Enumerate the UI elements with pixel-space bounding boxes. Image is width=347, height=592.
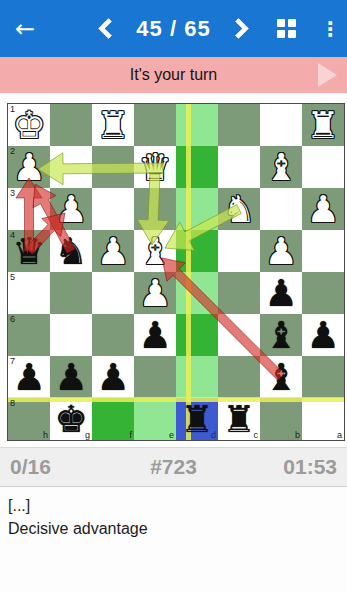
square-g4[interactable]: ♞ bbox=[50, 230, 92, 272]
white-pawn-a3[interactable]: ♟ bbox=[302, 188, 344, 230]
file-label: b bbox=[295, 430, 300, 440]
evaluation-panel: [...] Decisive advantage bbox=[8, 494, 338, 540]
rank-label: 5 bbox=[10, 272, 15, 282]
square-f5[interactable] bbox=[92, 272, 134, 314]
square-h1[interactable]: 1♚ bbox=[8, 104, 50, 146]
file-label: d bbox=[211, 430, 216, 440]
assessment-text: Decisive advantage bbox=[8, 517, 338, 540]
hidden-moves-text: [...] bbox=[8, 494, 338, 517]
file-label: g bbox=[85, 430, 90, 440]
square-b3[interactable] bbox=[260, 188, 302, 230]
white-pawn-g3[interactable]: ♟ bbox=[50, 188, 92, 230]
overflow-menu-icon[interactable]: ⋮ bbox=[320, 17, 340, 41]
square-d3[interactable] bbox=[176, 188, 218, 230]
rank-label: 4 bbox=[10, 230, 15, 240]
black-bishop-b6[interactable]: ♝ bbox=[260, 314, 302, 356]
white-pawn-f4[interactable]: ♟ bbox=[92, 230, 134, 272]
square-d8[interactable]: d♜ bbox=[176, 398, 218, 440]
square-e3[interactable] bbox=[134, 188, 176, 230]
white-rook-f1[interactable]: ♜ bbox=[92, 104, 134, 146]
square-c8[interactable]: c♜ bbox=[218, 398, 260, 440]
stats-bar: 0/16 #723 01:53 bbox=[0, 447, 347, 487]
file-label: c bbox=[254, 430, 259, 440]
square-h4[interactable]: 4♛ bbox=[8, 230, 50, 272]
rank-label: 1 bbox=[10, 104, 15, 114]
square-e7[interactable] bbox=[134, 356, 176, 398]
grid-square bbox=[277, 30, 285, 38]
square-h6[interactable]: 6 bbox=[8, 314, 50, 356]
white-knight-c3[interactable]: ♞ bbox=[218, 188, 260, 230]
file-label: e bbox=[169, 430, 174, 440]
puzzle-position-indicator: 45 / 65 bbox=[136, 16, 210, 42]
square-b8[interactable]: b bbox=[260, 398, 302, 440]
black-pawn-g7[interactable]: ♟ bbox=[50, 356, 92, 398]
square-d7[interactable] bbox=[176, 356, 218, 398]
square-f8[interactable]: f bbox=[92, 398, 134, 440]
square-h5[interactable]: 5 bbox=[8, 272, 50, 314]
square-h3[interactable]: 3 bbox=[8, 188, 50, 230]
square-d2[interactable] bbox=[176, 146, 218, 188]
grid-square bbox=[288, 30, 296, 38]
square-a1[interactable]: ♜ bbox=[302, 104, 344, 146]
square-c5[interactable] bbox=[218, 272, 260, 314]
black-knight-g4[interactable]: ♞ bbox=[50, 230, 92, 272]
square-c4[interactable] bbox=[218, 230, 260, 272]
white-rook-a1[interactable]: ♜ bbox=[302, 104, 344, 146]
square-b2[interactable]: ♝ bbox=[260, 146, 302, 188]
square-d4[interactable] bbox=[176, 230, 218, 272]
square-b1[interactable] bbox=[260, 104, 302, 146]
square-c2[interactable] bbox=[218, 146, 260, 188]
square-e8[interactable]: e bbox=[134, 398, 176, 440]
square-a7[interactable] bbox=[302, 356, 344, 398]
board-grid-icon[interactable] bbox=[277, 19, 296, 38]
square-c6[interactable] bbox=[218, 314, 260, 356]
square-a3[interactable]: ♟ bbox=[302, 188, 344, 230]
square-c7[interactable] bbox=[218, 356, 260, 398]
app-screen: ← 45 / 65 ⋮ It's your turn 1♚♜♜2♟♛♝3♟♞♟4… bbox=[0, 0, 347, 592]
rank-label: 2 bbox=[10, 146, 15, 156]
play-icon[interactable] bbox=[318, 63, 337, 87]
timer: 01:53 bbox=[247, 455, 337, 479]
square-g5[interactable] bbox=[50, 272, 92, 314]
square-g6[interactable] bbox=[50, 314, 92, 356]
square-c1[interactable] bbox=[218, 104, 260, 146]
white-pawn-b4[interactable]: ♟ bbox=[260, 230, 302, 272]
rank-label: 7 bbox=[10, 356, 15, 366]
square-b7[interactable]: ♝ bbox=[260, 356, 302, 398]
square-f4[interactable]: ♟ bbox=[92, 230, 134, 272]
square-g3[interactable]: ♟ bbox=[50, 188, 92, 230]
square-b6[interactable]: ♝ bbox=[260, 314, 302, 356]
square-g2[interactable] bbox=[50, 146, 92, 188]
square-e1[interactable] bbox=[134, 104, 176, 146]
black-pawn-e6[interactable]: ♟ bbox=[134, 314, 176, 356]
turn-banner-text: It's your turn bbox=[130, 66, 218, 84]
file-label: h bbox=[43, 430, 48, 440]
file-label: f bbox=[129, 430, 132, 440]
square-e5[interactable]: ♟ bbox=[134, 272, 176, 314]
black-pawn-b5[interactable]: ♟ bbox=[260, 272, 302, 314]
square-d6[interactable] bbox=[176, 314, 218, 356]
square-f7[interactable]: ♟ bbox=[92, 356, 134, 398]
square-f6[interactable] bbox=[92, 314, 134, 356]
square-d1[interactable] bbox=[176, 104, 218, 146]
square-e6[interactable]: ♟ bbox=[134, 314, 176, 356]
black-pawn-f7[interactable]: ♟ bbox=[92, 356, 134, 398]
white-bishop-e4[interactable]: ♝ bbox=[134, 230, 176, 272]
square-c3[interactable]: ♞ bbox=[218, 188, 260, 230]
rank-label: 3 bbox=[10, 188, 15, 198]
square-b5[interactable]: ♟ bbox=[260, 272, 302, 314]
chess-board: 1♚♜♜2♟♛♝3♟♞♟4♛♞♟♝♟5♟♟6♟♝♟7♟♟♟♝8hg♚fed♜c♜… bbox=[7, 103, 345, 441]
white-queen-e2[interactable]: ♛ bbox=[134, 146, 176, 188]
square-h2[interactable]: 2♟ bbox=[8, 146, 50, 188]
app-bar: ← 45 / 65 ⋮ bbox=[0, 0, 347, 57]
black-bishop-b7[interactable]: ♝ bbox=[260, 356, 302, 398]
square-a2[interactable] bbox=[302, 146, 344, 188]
rank-label: 6 bbox=[10, 314, 15, 324]
file-label: a bbox=[337, 430, 342, 440]
square-e4[interactable]: ♝ bbox=[134, 230, 176, 272]
square-a6[interactable]: ♟ bbox=[302, 314, 344, 356]
turn-banner: It's your turn bbox=[0, 57, 347, 93]
score-counter: 0/16 bbox=[10, 455, 100, 479]
square-h8[interactable]: 8h bbox=[8, 398, 50, 440]
grid-square bbox=[277, 19, 285, 27]
grid-square bbox=[288, 19, 296, 27]
white-pawn-e5[interactable]: ♟ bbox=[134, 272, 176, 314]
square-g7[interactable]: ♟ bbox=[50, 356, 92, 398]
square-f3[interactable] bbox=[92, 188, 134, 230]
next-puzzle-chevron-icon[interactable] bbox=[228, 18, 249, 39]
square-b4[interactable]: ♟ bbox=[260, 230, 302, 272]
prev-puzzle-chevron-icon[interactable] bbox=[98, 18, 119, 39]
square-a5[interactable] bbox=[302, 272, 344, 314]
square-f2[interactable] bbox=[92, 146, 134, 188]
square-h7[interactable]: 7♟ bbox=[8, 356, 50, 398]
square-e2[interactable]: ♛ bbox=[134, 146, 176, 188]
square-g1[interactable] bbox=[50, 104, 92, 146]
puzzle-number: #723 bbox=[100, 455, 247, 479]
square-d5[interactable] bbox=[176, 272, 218, 314]
square-a4[interactable] bbox=[302, 230, 344, 272]
square-g8[interactable]: g♚ bbox=[50, 398, 92, 440]
square-f1[interactable]: ♜ bbox=[92, 104, 134, 146]
white-bishop-b2[interactable]: ♝ bbox=[260, 146, 302, 188]
rank-label: 8 bbox=[10, 398, 15, 408]
square-a8[interactable]: a bbox=[302, 398, 344, 440]
black-pawn-a6[interactable]: ♟ bbox=[302, 314, 344, 356]
